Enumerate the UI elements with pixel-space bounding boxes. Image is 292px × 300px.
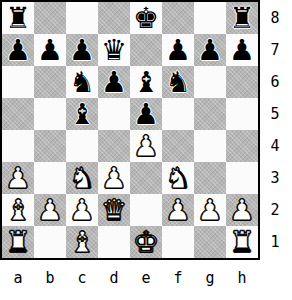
- piece-white-pawn: ♟: [69, 194, 95, 226]
- rank-label-8: 8: [260, 2, 290, 34]
- square-g3[interactable]: [194, 162, 226, 194]
- square-g4[interactable]: [194, 130, 226, 162]
- square-d6[interactable]: ♟: [98, 66, 130, 98]
- square-e5[interactable]: ♟: [130, 98, 162, 130]
- rank-label-4: 4: [260, 130, 290, 162]
- file-label-g: g: [194, 266, 226, 290]
- square-h8[interactable]: ♜: [226, 2, 258, 34]
- square-b5[interactable]: [34, 98, 66, 130]
- piece-black-pawn: ♟: [101, 66, 127, 98]
- piece-white-pawn: ♟: [165, 194, 191, 226]
- file-label-e: e: [130, 266, 162, 290]
- piece-black-pawn: ♟: [37, 34, 63, 66]
- piece-black-pawn: ♟: [197, 34, 223, 66]
- piece-white-queen: ♛: [101, 194, 127, 226]
- square-b3[interactable]: [34, 162, 66, 194]
- square-a1[interactable]: ♜: [2, 226, 34, 258]
- square-b8[interactable]: [34, 2, 66, 34]
- piece-white-pawn: ♟: [197, 194, 223, 226]
- square-h6[interactable]: [226, 66, 258, 98]
- square-e2[interactable]: [130, 194, 162, 226]
- piece-black-knight: ♞: [69, 66, 95, 98]
- rank-label-1: 1: [260, 226, 290, 258]
- square-a4[interactable]: [2, 130, 34, 162]
- piece-black-pawn: ♟: [165, 34, 191, 66]
- file-label-b: b: [34, 266, 66, 290]
- square-c5[interactable]: ♝: [66, 98, 98, 130]
- square-e7[interactable]: [130, 34, 162, 66]
- square-g1[interactable]: [194, 226, 226, 258]
- file-label-c: c: [66, 266, 98, 290]
- square-d7[interactable]: ♛: [98, 34, 130, 66]
- rank-label-2: 2: [260, 194, 290, 226]
- rank-label-7: 7: [260, 34, 290, 66]
- square-f1[interactable]: [162, 226, 194, 258]
- piece-white-bishop: ♝: [69, 226, 95, 258]
- piece-black-rook: ♜: [5, 2, 31, 34]
- piece-white-knight: ♞: [165, 162, 191, 194]
- square-d2[interactable]: ♛: [98, 194, 130, 226]
- square-b2[interactable]: ♟: [34, 194, 66, 226]
- piece-black-knight: ♞: [165, 66, 191, 98]
- square-g5[interactable]: [194, 98, 226, 130]
- square-a3[interactable]: ♟: [2, 162, 34, 194]
- piece-black-pawn: ♟: [5, 34, 31, 66]
- square-g6[interactable]: [194, 66, 226, 98]
- square-d8[interactable]: [98, 2, 130, 34]
- square-f7[interactable]: ♟: [162, 34, 194, 66]
- square-c1[interactable]: ♝: [66, 226, 98, 258]
- piece-white-king: ♚: [133, 226, 159, 258]
- square-d5[interactable]: [98, 98, 130, 130]
- piece-white-pawn: ♟: [37, 194, 63, 226]
- square-e4[interactable]: ♟: [130, 130, 162, 162]
- square-g7[interactable]: ♟: [194, 34, 226, 66]
- square-e3[interactable]: [130, 162, 162, 194]
- square-b1[interactable]: [34, 226, 66, 258]
- file-labels: abcdefgh: [2, 266, 258, 290]
- square-e8[interactable]: ♚: [130, 2, 162, 34]
- piece-black-bishop: ♝: [69, 98, 95, 130]
- square-c8[interactable]: [66, 2, 98, 34]
- chess-board: ♜♚♜♟♟♟♛♟♟♟♞♟♝♞♝♟♟♟♞♟♞♝♟♟♛♟♟♟♜♝♚♜: [0, 0, 260, 260]
- square-b4[interactable]: [34, 130, 66, 162]
- chess-diagram: ♜♚♜♟♟♟♛♟♟♟♞♟♝♞♝♟♟♟♞♟♞♝♟♟♛♟♟♟♜♝♚♜ 8765432…: [0, 0, 292, 300]
- file-label-a: a: [2, 266, 34, 290]
- square-a5[interactable]: [2, 98, 34, 130]
- piece-black-rook: ♜: [229, 2, 255, 34]
- square-e6[interactable]: ♝: [130, 66, 162, 98]
- square-h1[interactable]: ♜: [226, 226, 258, 258]
- square-f2[interactable]: ♟: [162, 194, 194, 226]
- square-a8[interactable]: ♜: [2, 2, 34, 34]
- square-f6[interactable]: ♞: [162, 66, 194, 98]
- piece-black-queen: ♛: [101, 34, 127, 66]
- piece-white-knight: ♞: [69, 162, 95, 194]
- square-d1[interactable]: [98, 226, 130, 258]
- piece-white-bishop: ♝: [5, 194, 31, 226]
- square-d4[interactable]: [98, 130, 130, 162]
- square-b6[interactable]: [34, 66, 66, 98]
- square-h7[interactable]: ♟: [226, 34, 258, 66]
- piece-black-pawn: ♟: [133, 98, 159, 130]
- square-c3[interactable]: ♞: [66, 162, 98, 194]
- square-a2[interactable]: ♝: [2, 194, 34, 226]
- piece-white-rook: ♜: [229, 226, 255, 258]
- square-h5[interactable]: [226, 98, 258, 130]
- square-d3[interactable]: ♟: [98, 162, 130, 194]
- square-b7[interactable]: ♟: [34, 34, 66, 66]
- square-g2[interactable]: ♟: [194, 194, 226, 226]
- piece-white-rook: ♜: [5, 226, 31, 258]
- file-label-h: h: [226, 266, 258, 290]
- square-c7[interactable]: ♟: [66, 34, 98, 66]
- piece-white-pawn: ♟: [101, 162, 127, 194]
- square-h3[interactable]: [226, 162, 258, 194]
- rank-label-3: 3: [260, 162, 290, 194]
- square-f3[interactable]: ♞: [162, 162, 194, 194]
- rank-labels: 87654321: [260, 2, 290, 258]
- piece-white-pawn: ♟: [229, 194, 255, 226]
- piece-black-pawn: ♟: [229, 34, 255, 66]
- square-f5[interactable]: [162, 98, 194, 130]
- square-c2[interactable]: ♟: [66, 194, 98, 226]
- square-h2[interactable]: ♟: [226, 194, 258, 226]
- square-g8[interactable]: [194, 2, 226, 34]
- square-a7[interactable]: ♟: [2, 34, 34, 66]
- piece-black-bishop: ♝: [133, 66, 159, 98]
- square-f4[interactable]: [162, 130, 194, 162]
- rank-label-5: 5: [260, 98, 290, 130]
- piece-black-king: ♚: [133, 2, 159, 34]
- square-a6[interactable]: [2, 66, 34, 98]
- piece-white-pawn: ♟: [133, 130, 159, 162]
- rank-label-6: 6: [260, 66, 290, 98]
- piece-white-pawn: ♟: [5, 162, 31, 194]
- file-label-f: f: [162, 266, 194, 290]
- square-f8[interactable]: [162, 2, 194, 34]
- square-c4[interactable]: [66, 130, 98, 162]
- piece-black-pawn: ♟: [69, 34, 95, 66]
- square-c6[interactable]: ♞: [66, 66, 98, 98]
- file-label-d: d: [98, 266, 130, 290]
- square-e1[interactable]: ♚: [130, 226, 162, 258]
- square-h4[interactable]: [226, 130, 258, 162]
